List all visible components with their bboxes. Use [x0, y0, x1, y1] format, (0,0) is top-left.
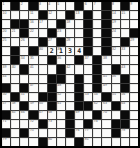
grid-cell[interactable]: [93, 38, 101, 46]
grid-cell[interactable]: [11, 38, 19, 46]
grid-cell[interactable]: [57, 138, 65, 146]
grid-cell[interactable]: 16: [29, 20, 37, 28]
black-cell: [66, 129, 74, 137]
grid-cell[interactable]: 311: [57, 47, 65, 55]
grid-cell[interactable]: 47: [29, 84, 37, 92]
black-cell: [84, 120, 92, 128]
black-cell: [66, 120, 74, 128]
black-cell: [48, 75, 56, 83]
grid-cell[interactable]: [84, 75, 92, 83]
clue-number: 67: [39, 110, 43, 115]
clue-number: 24: [112, 29, 116, 34]
grid-cell[interactable]: 44: [2, 75, 10, 83]
grid-cell[interactable]: [121, 138, 129, 146]
clue-number: 31: [57, 47, 61, 52]
clue-number: 37: [85, 56, 89, 61]
grid-cell[interactable]: 74: [93, 120, 101, 128]
grid-cell[interactable]: 42: [66, 65, 74, 73]
black-cell: [66, 111, 74, 119]
clue-number: 25: [3, 38, 7, 43]
grid-cell[interactable]: 52: [57, 93, 65, 101]
clue-number: 73: [48, 119, 52, 124]
clue-number: 59: [30, 101, 34, 106]
grid-cell[interactable]: [20, 75, 28, 83]
grid-cell[interactable]: 4: [75, 47, 83, 55]
grid-cell[interactable]: [130, 47, 138, 55]
grid-cell[interactable]: 23: [57, 29, 65, 37]
grid-cell[interactable]: [102, 120, 110, 128]
clue-number: 70: [103, 110, 107, 115]
grid-cell[interactable]: 36: [57, 56, 65, 64]
grid-cell[interactable]: [130, 138, 138, 146]
clue-number: 65: [12, 110, 16, 115]
grid-cell[interactable]: 17: [39, 20, 47, 28]
black-cell: [84, 102, 92, 110]
grid-cell[interactable]: [112, 56, 120, 64]
grid-cell[interactable]: [29, 75, 37, 83]
grid-cell[interactable]: 71: [2, 120, 10, 128]
grid-cell[interactable]: 18: [66, 20, 74, 28]
grid-cell[interactable]: 19: [112, 20, 120, 28]
clue-number: 21: [12, 29, 16, 34]
black-cell: [2, 84, 10, 92]
grid-cell[interactable]: [20, 120, 28, 128]
black-cell: [84, 11, 92, 19]
grid-cell[interactable]: [39, 56, 47, 64]
grid-cell[interactable]: [11, 129, 19, 137]
black-cell: [57, 20, 65, 28]
clue-number: 30: [39, 47, 43, 52]
grid-cell[interactable]: 58: [11, 102, 19, 110]
clue-number: 76: [76, 128, 80, 133]
black-cell: [121, 38, 129, 46]
grid-cell[interactable]: [130, 75, 138, 83]
clue-number: 77: [85, 128, 89, 133]
clue-number: 6: [85, 2, 87, 7]
grid-cell[interactable]: 26: [20, 38, 28, 46]
grid-cell[interactable]: 73: [48, 120, 56, 128]
clue-number: 50: [3, 92, 7, 97]
grid-cell[interactable]: [130, 65, 138, 73]
grid-cell[interactable]: 57: [2, 102, 10, 110]
grid-cell[interactable]: 59: [29, 102, 37, 110]
grid-cell[interactable]: [29, 93, 37, 101]
black-cell: [2, 111, 10, 119]
grid-cell[interactable]: [48, 65, 56, 73]
grid-cell[interactable]: 14: [112, 11, 120, 19]
black-cell: [39, 93, 47, 101]
clue-number: 47: [30, 83, 34, 88]
black-cell: [93, 65, 101, 73]
clue-number: 20: [3, 29, 7, 34]
clue-number: 14: [112, 11, 116, 16]
clue-number: 4: [48, 2, 50, 7]
black-cell: [2, 129, 10, 137]
grid-cell[interactable]: 20: [2, 29, 10, 37]
black-cell: [93, 75, 101, 83]
grid-cell[interactable]: 77: [84, 129, 92, 137]
grid-cell[interactable]: 66: [20, 111, 28, 119]
clue-number: 2: [21, 2, 23, 7]
grid-cell[interactable]: [29, 38, 37, 46]
clue-number: 7: [94, 2, 96, 7]
grid-cell[interactable]: [11, 75, 19, 83]
grid-cell[interactable]: [66, 56, 74, 64]
grid-cell[interactable]: [75, 65, 83, 73]
black-cell: [102, 93, 110, 101]
crossword-board-frame: 1234567891011121314151617181920212223242…: [0, 0, 140, 148]
grid-cell[interactable]: 48: [57, 84, 65, 92]
grid-cell[interactable]: [93, 29, 101, 37]
black-cell: [121, 2, 129, 10]
grid-cell[interactable]: 63: [102, 102, 110, 110]
grid-cell[interactable]: 1: [2, 2, 10, 10]
black-cell: [112, 102, 120, 110]
grid-cell[interactable]: 7: [93, 2, 101, 10]
black-cell: [48, 29, 56, 37]
grid-cell[interactable]: 79: [2, 138, 10, 146]
grid-cell[interactable]: 69: [75, 111, 83, 119]
clue-number: 55: [112, 92, 116, 97]
black-cell: [20, 20, 28, 28]
grid-cell[interactable]: [11, 120, 19, 128]
grid-cell[interactable]: [66, 84, 74, 92]
black-cell: [11, 56, 19, 64]
black-cell: [102, 47, 110, 55]
grid-cell[interactable]: [130, 56, 138, 64]
grid-cell[interactable]: [66, 138, 74, 146]
grid-cell[interactable]: 15: [121, 11, 129, 19]
grid-cell[interactable]: 55: [112, 93, 120, 101]
grid-cell[interactable]: [84, 84, 92, 92]
grid-cell[interactable]: [20, 138, 28, 146]
black-cell: [84, 20, 92, 28]
clue-number: 36: [57, 56, 61, 61]
grid-cell[interactable]: 64: [121, 102, 129, 110]
clue-number: 35: [30, 56, 34, 61]
black-cell: [39, 11, 47, 19]
grid-cell[interactable]: 68: [48, 111, 56, 119]
grid-cell[interactable]: 72: [29, 120, 37, 128]
grid-cell[interactable]: 9: [130, 2, 138, 10]
grid-cell[interactable]: 37: [84, 56, 92, 64]
grid-cell[interactable]: 38: [102, 56, 110, 64]
grid-cell[interactable]: [112, 111, 120, 119]
grid-cell[interactable]: 50: [2, 93, 10, 101]
grid-cell[interactable]: 33: [121, 47, 129, 55]
black-cell: [75, 75, 83, 83]
black-cell: [11, 93, 19, 101]
grid-cell[interactable]: [102, 138, 110, 146]
black-cell: [102, 38, 110, 46]
grid-cell[interactable]: 61: [57, 102, 65, 110]
clue-number: 5: [57, 2, 59, 7]
grid-cell[interactable]: [11, 11, 19, 19]
filled-letter: 1: [57, 47, 65, 55]
black-cell: [75, 56, 83, 64]
grid-cell[interactable]: [11, 84, 19, 92]
grid-cell[interactable]: 30: [39, 47, 47, 55]
grid-cell[interactable]: [130, 102, 138, 110]
black-cell: [75, 102, 83, 110]
black-cell: [121, 84, 129, 92]
grid-cell[interactable]: 2: [48, 47, 56, 55]
grid-cell[interactable]: 65: [11, 111, 19, 119]
clue-number: 48: [57, 83, 61, 88]
crossword-grid: 1234567891011121314151617181920212223242…: [2, 2, 138, 146]
black-cell: [29, 2, 37, 10]
clue-number: 71: [3, 119, 7, 124]
clue-number: 56: [121, 92, 125, 97]
grid-cell[interactable]: 40: [11, 65, 19, 73]
grid-cell[interactable]: 41: [29, 65, 37, 73]
black-cell: [39, 138, 47, 146]
grid-cell[interactable]: 49: [102, 84, 110, 92]
clue-number: 69: [76, 110, 80, 115]
grid-cell[interactable]: [130, 129, 138, 137]
grid-cell[interactable]: [84, 111, 92, 119]
black-cell: [75, 138, 83, 146]
grid-cell[interactable]: [66, 29, 74, 37]
grid-cell[interactable]: [11, 138, 19, 146]
grid-cell[interactable]: 75: [29, 129, 37, 137]
clue-number: 44: [3, 74, 7, 79]
clue-number: 16: [30, 20, 34, 25]
clue-number: 29: [130, 38, 134, 43]
clue-number: 54: [94, 92, 98, 97]
clue-number: 72: [30, 119, 34, 124]
clue-number: 81: [85, 137, 89, 142]
grid-cell[interactable]: [2, 20, 10, 28]
black-cell: [130, 29, 138, 37]
grid-cell[interactable]: [93, 138, 101, 146]
black-cell: [121, 120, 129, 128]
grid-cell[interactable]: [93, 47, 101, 55]
grid-cell[interactable]: [57, 111, 65, 119]
grid-cell[interactable]: 11: [29, 11, 37, 19]
grid-cell[interactable]: 80: [48, 138, 56, 146]
grid-cell[interactable]: [84, 65, 92, 73]
grid-cell[interactable]: [130, 20, 138, 28]
grid-cell[interactable]: 70: [102, 111, 110, 119]
grid-cell[interactable]: 13: [75, 11, 83, 19]
grid-cell[interactable]: [66, 75, 74, 83]
black-cell: [84, 29, 92, 37]
black-cell: [48, 102, 56, 110]
black-cell: [20, 84, 28, 92]
grid-cell[interactable]: 12: [48, 11, 56, 19]
clue-number: 80: [48, 137, 52, 142]
grid-cell[interactable]: 51: [20, 93, 28, 101]
grid-cell[interactable]: 21: [11, 29, 19, 37]
grid-cell[interactable]: 62: [93, 102, 101, 110]
grid-cell[interactable]: [112, 38, 120, 46]
clue-number: 51: [21, 92, 25, 97]
grid-cell[interactable]: [39, 65, 47, 73]
grid-cell[interactable]: 2: [20, 2, 28, 10]
grid-cell[interactable]: 10: [2, 11, 10, 19]
black-cell: [66, 11, 74, 19]
clue-number: 8: [112, 2, 114, 7]
clue-number: 49: [103, 83, 107, 88]
clue-number: 79: [3, 137, 7, 142]
grid-cell[interactable]: 46: [112, 75, 120, 83]
grid-cell[interactable]: [66, 102, 74, 110]
grid-cell[interactable]: [2, 47, 10, 55]
clue-number: 3: [39, 2, 41, 7]
clue-number: 75: [30, 128, 34, 133]
black-cell: [102, 29, 110, 37]
grid-cell[interactable]: [20, 11, 28, 19]
grid-cell[interactable]: [39, 75, 47, 83]
black-cell: [75, 84, 83, 92]
grid-cell[interactable]: [121, 56, 129, 64]
grid-cell[interactable]: [102, 129, 110, 137]
grid-cell[interactable]: [130, 111, 138, 119]
grid-cell[interactable]: [39, 29, 47, 37]
black-cell: [11, 47, 19, 55]
clue-number: 40: [12, 65, 16, 70]
black-cell: [121, 75, 129, 83]
clue-number: 58: [12, 101, 16, 106]
grid-cell[interactable]: 60: [39, 102, 47, 110]
grid-cell[interactable]: 22: [29, 29, 37, 37]
filled-letter: 4: [75, 47, 83, 55]
black-cell: [39, 120, 47, 128]
grid-cell[interactable]: [93, 20, 101, 28]
grid-cell[interactable]: 6: [84, 2, 92, 10]
filled-letter: 2: [48, 47, 56, 55]
black-cell: [84, 38, 92, 46]
grid-cell[interactable]: [93, 129, 101, 137]
grid-cell[interactable]: 8: [112, 2, 120, 10]
grid-cell[interactable]: 56: [121, 93, 129, 101]
clue-number: 11: [30, 11, 34, 16]
grid-cell[interactable]: [130, 120, 138, 128]
grid-cell[interactable]: 39: [2, 65, 10, 73]
grid-cell[interactable]: 5: [57, 2, 65, 10]
grid-cell[interactable]: [48, 129, 56, 137]
grid-cell[interactable]: [75, 29, 83, 37]
grid-cell[interactable]: [20, 47, 28, 55]
grid-cell[interactable]: 3: [39, 2, 47, 10]
black-cell: [20, 129, 28, 137]
grid-cell[interactable]: [112, 84, 120, 92]
grid-cell[interactable]: [75, 20, 83, 28]
clue-number: 62: [94, 101, 98, 106]
clue-number: 68: [48, 110, 52, 115]
clue-number: 32: [112, 47, 116, 52]
clue-number: 17: [39, 20, 43, 25]
grid-cell[interactable]: 53: [84, 93, 92, 101]
grid-cell[interactable]: 24: [112, 29, 120, 37]
grid-cell[interactable]: [29, 138, 37, 146]
black-cell: [93, 56, 101, 64]
grid-cell[interactable]: [75, 120, 83, 128]
clue-number: 60: [39, 101, 43, 106]
grid-cell[interactable]: [102, 65, 110, 73]
grid-cell[interactable]: [66, 2, 74, 10]
black-cell: [75, 2, 83, 10]
grid-cell[interactable]: 45: [102, 75, 110, 83]
grid-cell[interactable]: [130, 84, 138, 92]
grid-cell[interactable]: [130, 11, 138, 19]
grid-cell[interactable]: 34: [20, 56, 28, 64]
clue-number: 38: [103, 56, 107, 61]
clue-number: 45: [103, 74, 107, 79]
grid-cell[interactable]: 35: [29, 56, 37, 64]
grid-cell[interactable]: 76: [75, 129, 83, 137]
clue-number: 15: [121, 11, 125, 16]
black-cell: [39, 38, 47, 46]
black-cell: [48, 93, 56, 101]
clue-number: 27: [48, 38, 52, 43]
grid-cell[interactable]: 32: [112, 47, 120, 55]
clue-number: 18: [66, 20, 70, 25]
clue-number: 33: [121, 47, 125, 52]
black-cell: [102, 20, 110, 28]
clue-number: 22: [30, 29, 34, 34]
black-cell: [57, 65, 65, 73]
grid-cell[interactable]: 28: [66, 38, 74, 46]
grid-cell[interactable]: [66, 93, 74, 101]
grid-cell[interactable]: 4: [48, 2, 56, 10]
black-cell: [112, 129, 120, 137]
clue-number: 26: [21, 38, 25, 43]
grid-cell[interactable]: 29: [130, 38, 138, 46]
filled-letter: 3: [66, 47, 74, 55]
grid-cell[interactable]: [121, 20, 129, 28]
grid-cell[interactable]: [57, 11, 65, 19]
clue-number: 19: [112, 20, 116, 25]
clue-number: 52: [57, 92, 61, 97]
grid-cell[interactable]: [130, 93, 138, 101]
grid-cell[interactable]: 78: [121, 129, 129, 137]
grid-cell[interactable]: 81: [84, 138, 92, 146]
black-cell: [112, 65, 120, 73]
clue-number: 61: [57, 101, 61, 106]
black-cell: [102, 2, 110, 10]
grid-cell[interactable]: [57, 129, 65, 137]
grid-cell[interactable]: 54: [93, 93, 101, 101]
grid-cell[interactable]: 27: [48, 38, 56, 46]
grid-cell[interactable]: 3: [66, 47, 74, 55]
black-cell: [102, 11, 110, 19]
grid-cell[interactable]: [93, 11, 101, 19]
grid-cell[interactable]: 67: [39, 111, 47, 119]
grid-cell[interactable]: [2, 56, 10, 64]
clue-number: 28: [66, 38, 70, 43]
clue-number: 12: [48, 11, 52, 16]
black-cell: [48, 56, 56, 64]
grid-cell[interactable]: [39, 129, 47, 137]
black-cell: [57, 38, 65, 46]
grid-cell[interactable]: 25: [2, 38, 10, 46]
grid-cell[interactable]: [112, 138, 120, 146]
clue-number: 74: [94, 119, 98, 124]
grid-cell[interactable]: [75, 38, 83, 46]
grid-cell[interactable]: 43: [121, 65, 129, 73]
grid-cell[interactable]: [39, 84, 47, 92]
black-cell: [84, 47, 92, 55]
grid-cell[interactable]: [48, 20, 56, 28]
black-cell: [20, 29, 28, 37]
grid-cell[interactable]: [121, 29, 129, 37]
grid-cell[interactable]: [57, 120, 65, 128]
clue-number: 13: [76, 11, 80, 16]
clue-number: 66: [21, 110, 25, 115]
clue-number: 53: [85, 92, 89, 97]
